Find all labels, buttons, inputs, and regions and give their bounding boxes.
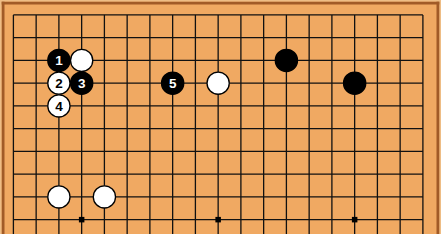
stone-white	[71, 49, 93, 71]
stone-white-2: 2	[48, 72, 70, 94]
stone-black	[344, 72, 366, 94]
stone-black-5: 5	[162, 72, 184, 94]
black-stone-circle	[344, 72, 366, 94]
move-number: 3	[78, 76, 86, 91]
go-diagram: 12345	[0, 0, 441, 234]
white-stone-circle	[93, 186, 115, 208]
white-stone-circle	[71, 49, 93, 71]
stone-black-1: 1	[48, 49, 70, 71]
stone-white	[207, 72, 229, 94]
move-number: 4	[55, 99, 63, 114]
black-stone-circle	[275, 49, 297, 71]
stone-white	[93, 186, 115, 208]
star-point	[352, 217, 358, 223]
stone-black	[275, 49, 297, 71]
frame-left	[2, 0, 5, 234]
frame-top	[0, 2, 441, 5]
frame-left-highlight	[0, 0, 2, 234]
move-number: 1	[55, 53, 63, 68]
frame-right	[437, 0, 440, 234]
star-point	[79, 217, 85, 223]
go-board: 12345	[0, 0, 441, 234]
move-number: 2	[55, 76, 63, 91]
frame-top-highlight	[0, 0, 441, 2]
move-number: 5	[169, 76, 177, 91]
stone-white-4: 4	[48, 95, 70, 117]
stone-black-3: 3	[71, 72, 93, 94]
stone-white	[48, 186, 70, 208]
white-stone-circle	[48, 186, 70, 208]
star-point	[215, 217, 221, 223]
white-stone-circle	[207, 72, 229, 94]
